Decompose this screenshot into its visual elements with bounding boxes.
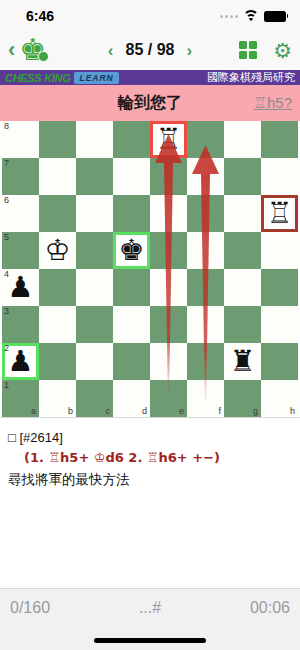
course-title: 國際象棋殘局研究 <box>207 70 295 85</box>
square-h4[interactable] <box>261 269 298 306</box>
score-counter: 0/160 <box>10 599 50 617</box>
hint-move-link[interactable]: ♖h5? <box>254 94 292 112</box>
square-b7[interactable] <box>39 158 76 195</box>
square-d4[interactable] <box>113 269 150 306</box>
nav-bar: ‹ ♚ ‹ 85 / 98 › ⚙ <box>0 30 300 70</box>
square-d3[interactable] <box>113 306 150 343</box>
square-a3[interactable]: 3 <box>2 306 39 343</box>
square-b4[interactable] <box>39 269 76 306</box>
square-g2[interactable]: ♜ <box>224 343 261 380</box>
brand-banner: CHESS KING LEARN 國際象棋殘局研究 <box>0 70 300 85</box>
turn-prompt-text: 輪到您了 <box>118 93 182 114</box>
piece-black-king-d5[interactable]: ♚ <box>113 232 150 269</box>
rank-label: 8 <box>4 122 9 131</box>
square-h2[interactable] <box>261 343 298 380</box>
square-c3[interactable] <box>76 306 113 343</box>
square-e3[interactable] <box>150 306 187 343</box>
square-g3[interactable] <box>224 306 261 343</box>
logo-badge <box>38 51 49 62</box>
square-g8[interactable] <box>224 121 261 158</box>
back-button[interactable]: ‹ <box>8 39 15 61</box>
file-label: e <box>179 407 184 416</box>
cellular-signal-icon <box>220 15 238 18</box>
square-h3[interactable] <box>261 306 298 343</box>
task-description: 尋找將軍的最快方法 <box>8 471 292 489</box>
wifi-icon <box>243 10 259 22</box>
timer: 00:06 <box>250 599 290 617</box>
square-a4[interactable]: 4♟ <box>2 269 39 306</box>
square-d8[interactable] <box>113 121 150 158</box>
square-a7[interactable]: 7 <box>2 158 39 195</box>
square-d1[interactable]: d <box>113 380 150 417</box>
clock: 6:46 <box>26 8 54 24</box>
piece-white-king-b5[interactable]: ♔ <box>39 232 76 269</box>
square-b8[interactable] <box>39 121 76 158</box>
square-c8[interactable] <box>76 121 113 158</box>
learn-badge: LEARN <box>74 72 118 84</box>
battery-icon <box>264 11 289 22</box>
square-g6[interactable] <box>224 195 261 232</box>
puzzle-pager: ‹ 85 / 98 › <box>108 41 192 59</box>
square-f1[interactable]: f <box>187 380 224 417</box>
square-c2[interactable] <box>76 343 113 380</box>
square-d2[interactable] <box>113 343 150 380</box>
puzzle-list-grid-icon[interactable] <box>239 41 257 59</box>
square-f7[interactable] <box>187 158 224 195</box>
piece-black-rook-g2[interactable]: ♜ <box>224 343 261 380</box>
file-label: g <box>253 407 258 416</box>
rank-label: 5 <box>4 233 9 242</box>
rank-label: 4 <box>4 270 9 279</box>
square-h5[interactable] <box>261 232 298 269</box>
square-e8[interactable]: ♖ <box>150 121 187 158</box>
square-h6[interactable]: ♖ <box>261 195 298 232</box>
square-e1[interactable]: e <box>150 380 187 417</box>
square-a2[interactable]: 2♟ <box>2 343 39 380</box>
puzzle-counter: 85 / 98 <box>126 41 175 59</box>
square-g4[interactable] <box>224 269 261 306</box>
turn-prompt-bar: 輪到您了 ♖h5? <box>0 85 300 121</box>
square-f2[interactable] <box>187 343 224 380</box>
square-b3[interactable] <box>39 306 76 343</box>
prev-puzzle-button[interactable]: ‹ <box>108 42 114 59</box>
puzzle-id: □ [#2614] <box>8 430 292 445</box>
square-e4[interactable] <box>150 269 187 306</box>
square-a1[interactable]: 1a <box>2 380 39 417</box>
square-e2[interactable] <box>150 343 187 380</box>
square-g1[interactable]: g <box>224 380 261 417</box>
file-label: f <box>218 407 221 416</box>
rank-label: 2 <box>4 344 9 353</box>
square-g5[interactable] <box>224 232 261 269</box>
status-icons <box>220 10 289 22</box>
chess-board: 8♖76♖5♔♚4♟32♟♜1abcdefgh <box>2 121 298 417</box>
file-label: d <box>142 407 147 416</box>
square-c7[interactable] <box>76 158 113 195</box>
rank-label: 3 <box>4 307 9 316</box>
square-b5[interactable]: ♔ <box>39 232 76 269</box>
square-b6[interactable] <box>39 195 76 232</box>
square-g7[interactable] <box>224 158 261 195</box>
square-f6[interactable] <box>187 195 224 232</box>
file-label: b <box>68 407 73 416</box>
square-d5[interactable]: ♚ <box>113 232 150 269</box>
square-e6[interactable] <box>150 195 187 232</box>
square-f4[interactable] <box>187 269 224 306</box>
square-a8[interactable]: 8 <box>2 121 39 158</box>
square-c1[interactable]: c <box>76 380 113 417</box>
settings-gear-icon[interactable]: ⚙ <box>273 40 292 61</box>
file-label: a <box>31 407 36 416</box>
square-a5[interactable]: 5 <box>2 232 39 269</box>
square-h1[interactable]: h <box>261 380 298 417</box>
piece-white-rook-e8[interactable]: ♖ <box>150 121 187 158</box>
square-d6[interactable] <box>113 195 150 232</box>
next-puzzle-button[interactable]: › <box>186 42 192 59</box>
bottom-toolbar: 0/160 ...# 00:06 <box>0 588 300 650</box>
rank-label: 1 <box>4 381 9 390</box>
square-h8[interactable] <box>261 121 298 158</box>
square-c4[interactable] <box>76 269 113 306</box>
square-b1[interactable]: b <box>39 380 76 417</box>
brand-name: CHESS KING <box>5 72 70 84</box>
square-f8[interactable] <box>187 121 224 158</box>
chess-king-logo-icon[interactable]: ♚ <box>19 35 46 65</box>
square-f3[interactable] <box>187 306 224 343</box>
file-label: c <box>106 407 111 416</box>
file-label: h <box>290 407 295 416</box>
rank-label: 7 <box>4 159 9 168</box>
square-b2[interactable] <box>39 343 76 380</box>
goal-indicator: ...# <box>139 599 161 617</box>
square-h7[interactable] <box>261 158 298 195</box>
square-c5[interactable] <box>76 232 113 269</box>
square-d7[interactable] <box>113 158 150 195</box>
rank-label: 6 <box>4 196 9 205</box>
square-a6[interactable]: 6 <box>2 195 39 232</box>
notes-panel: □ [#2614] (1. ♖h5+ ♔d6 2. ♖h6+ +−) 尋找將軍的… <box>0 418 300 489</box>
piece-white-rook-h6[interactable]: ♖ <box>261 195 298 232</box>
square-e7[interactable] <box>150 158 187 195</box>
home-indicator[interactable] <box>94 638 206 643</box>
solution-line: (1. ♖h5+ ♔d6 2. ♖h6+ +−) <box>8 450 292 465</box>
status-bar: 6:46 <box>0 0 300 30</box>
square-c6[interactable] <box>76 195 113 232</box>
square-e5[interactable] <box>150 232 187 269</box>
square-f5[interactable] <box>187 232 224 269</box>
